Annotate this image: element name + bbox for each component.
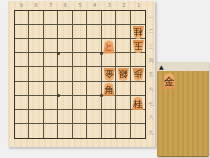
file-label: 1 <box>131 1 146 9</box>
board-cell[interactable] <box>58 53 72 67</box>
board-cell[interactable] <box>102 124 116 138</box>
piece-glyph: 桂 <box>133 100 142 109</box>
board-cell[interactable] <box>116 96 130 110</box>
board-cell[interactable] <box>131 82 145 96</box>
board-cell[interactable] <box>58 110 72 124</box>
rank-label: 二 <box>147 24 156 38</box>
board-cell[interactable] <box>58 124 72 138</box>
board-cell[interactable] <box>73 96 87 110</box>
file-labels: 987654321 <box>14 1 146 9</box>
board-cell[interactable] <box>29 96 43 110</box>
board-cell[interactable] <box>131 110 145 124</box>
board-cell[interactable] <box>116 11 130 25</box>
board-cell[interactable] <box>44 11 58 25</box>
board-cell[interactable] <box>87 53 101 67</box>
board-cell[interactable] <box>87 39 101 53</box>
rank-label: 五 <box>147 67 156 81</box>
board-cell[interactable] <box>58 96 72 110</box>
board-cell[interactable] <box>15 11 29 25</box>
board-cell[interactable] <box>44 124 58 138</box>
rank-label: 八 <box>147 110 156 124</box>
screenshot-root: 987654321 一二三四五六七八九 ▲ 金 桂玉と金銀歩角桂 <box>0 0 210 158</box>
rank-label: 三 <box>147 39 156 53</box>
board-cell[interactable] <box>87 96 101 110</box>
board-cell[interactable] <box>87 124 101 138</box>
rank-label: 七 <box>147 96 156 110</box>
sente-marker-icon: ▲ <box>159 62 164 71</box>
rank-label: 六 <box>147 82 156 96</box>
board-cell[interactable] <box>15 25 29 39</box>
piece-glyph: 桂 <box>133 27 142 36</box>
file-label: 6 <box>58 1 73 9</box>
board-cell[interactable] <box>44 110 58 124</box>
board-cell[interactable] <box>87 110 101 124</box>
piece-glyph: 玉 <box>133 41 142 50</box>
board-cell[interactable] <box>29 11 43 25</box>
piece-glyph: 銀 <box>119 69 128 78</box>
board-cell[interactable] <box>58 25 72 39</box>
board-cell[interactable] <box>58 39 72 53</box>
board-cell[interactable] <box>116 110 130 124</box>
board-cell[interactable] <box>29 124 43 138</box>
komadai-header: ▲ <box>157 62 209 71</box>
rank-label: 九 <box>147 125 156 139</box>
board-cell[interactable] <box>15 96 29 110</box>
file-label: 9 <box>14 1 29 9</box>
board-cell[interactable] <box>44 82 58 96</box>
rank-label: 一 <box>147 10 156 24</box>
file-label: 7 <box>43 1 58 9</box>
board-cell[interactable] <box>102 110 116 124</box>
board-cell[interactable] <box>116 25 130 39</box>
board-cell[interactable] <box>15 124 29 138</box>
board-cell[interactable] <box>131 124 145 138</box>
board-cell[interactable] <box>58 82 72 96</box>
file-label: 4 <box>87 1 102 9</box>
rank-label: 四 <box>147 53 156 67</box>
star-point <box>100 52 103 55</box>
board-cell[interactable] <box>102 96 116 110</box>
board-cell[interactable] <box>131 11 145 25</box>
board-cell[interactable] <box>73 11 87 25</box>
rank-labels: 一二三四五六七八九 <box>147 10 156 139</box>
board-cell[interactable] <box>87 25 101 39</box>
board-cell[interactable] <box>44 67 58 81</box>
piece-glyph: と <box>104 43 113 52</box>
board-cell[interactable] <box>44 25 58 39</box>
board-cell[interactable] <box>102 25 116 39</box>
board-cell[interactable] <box>44 96 58 110</box>
file-label: 8 <box>29 1 44 9</box>
board-cell[interactable] <box>15 39 29 53</box>
board-cell[interactable] <box>29 82 43 96</box>
board-cell[interactable] <box>102 11 116 25</box>
piece-glyph: 角 <box>104 86 113 95</box>
board-cell[interactable] <box>116 124 130 138</box>
star-point <box>57 52 60 55</box>
board-cell[interactable] <box>58 67 72 81</box>
piece-glyph: 金 <box>164 77 175 88</box>
board-cell[interactable] <box>73 39 87 53</box>
board-cell[interactable] <box>73 124 87 138</box>
star-point <box>57 94 60 97</box>
board-cell[interactable] <box>116 39 130 53</box>
board-cell[interactable] <box>15 53 29 67</box>
board-cell[interactable] <box>73 53 87 67</box>
board-cell[interactable] <box>15 110 29 124</box>
board-cell[interactable] <box>44 39 58 53</box>
file-label: 2 <box>117 1 132 9</box>
board-cell[interactable] <box>15 82 29 96</box>
board-cell[interactable] <box>116 53 130 67</box>
board-cell[interactable] <box>29 39 43 53</box>
board-cell[interactable] <box>29 25 43 39</box>
board-cell[interactable] <box>131 53 145 67</box>
komadai: ▲ 金 <box>157 62 209 157</box>
file-label: 3 <box>102 1 117 9</box>
board-cell[interactable] <box>87 11 101 25</box>
board-cell[interactable] <box>15 67 29 81</box>
board-cell[interactable] <box>29 110 43 124</box>
board-cell[interactable] <box>102 53 116 67</box>
star-point <box>100 94 103 97</box>
board-cell[interactable] <box>87 67 101 81</box>
file-label: 5 <box>73 1 88 9</box>
piece-glyph: 歩 <box>133 69 142 78</box>
board-cell[interactable] <box>58 11 72 25</box>
board-cell[interactable] <box>116 82 130 96</box>
piece-glyph: 金 <box>104 69 113 78</box>
board-cell[interactable] <box>44 53 58 67</box>
board-cell[interactable] <box>73 25 87 39</box>
board-cell[interactable] <box>29 67 43 81</box>
board-cell[interactable] <box>73 82 87 96</box>
hand-piece-金[interactable]: 金 <box>162 73 176 89</box>
board-cell[interactable] <box>73 67 87 81</box>
board-cell[interactable] <box>73 110 87 124</box>
board-cell[interactable] <box>29 53 43 67</box>
